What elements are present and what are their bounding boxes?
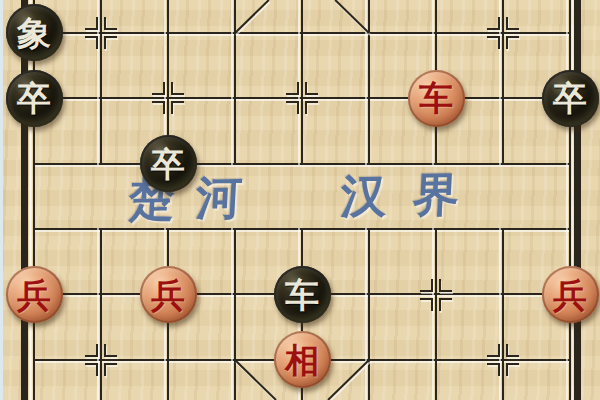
xiangqi-board: 楚河 汉界 象卒车卒卒兵兵车兵相 bbox=[0, 0, 600, 400]
piece-red-elephant-e3[interactable]: 相 bbox=[274, 331, 331, 388]
piece-black-soldier-c6[interactable]: 卒 bbox=[140, 135, 197, 192]
point-marker-e7 bbox=[286, 82, 318, 114]
piece-black-soldier-a7[interactable]: 卒 bbox=[6, 70, 63, 127]
piece-red-soldier-a4[interactable]: 兵 bbox=[6, 266, 63, 323]
piece-black-chariot-e4[interactable]: 车 bbox=[274, 266, 331, 323]
point-marker-b8 bbox=[85, 17, 117, 49]
piece-red-soldier-i4[interactable]: 兵 bbox=[542, 266, 599, 323]
piece-black-soldier-i7[interactable]: 卒 bbox=[542, 70, 599, 127]
piece-red-soldier-c4[interactable]: 兵 bbox=[140, 266, 197, 323]
point-marker-c7 bbox=[152, 82, 184, 114]
piece-red-chariot-g7[interactable]: 车 bbox=[408, 70, 465, 127]
board-intersection-grid: 象卒车卒卒兵兵车兵相 bbox=[1, 0, 600, 393]
point-marker-h3 bbox=[487, 344, 519, 376]
piece-black-elephant-a8[interactable]: 象 bbox=[6, 4, 63, 61]
point-marker-b3 bbox=[85, 344, 117, 376]
point-marker-h8 bbox=[487, 17, 519, 49]
point-marker-g4 bbox=[420, 279, 452, 311]
